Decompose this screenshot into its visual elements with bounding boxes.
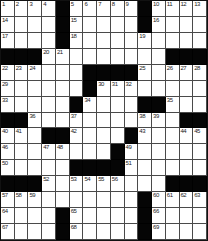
white-cell[interactable] [125, 33, 139, 49]
white-cell[interactable] [56, 65, 70, 81]
white-cell[interactable] [193, 208, 207, 224]
white-cell[interactable] [56, 176, 70, 192]
white-cell[interactable]: 41 [15, 128, 29, 144]
black-cell [1, 49, 15, 65]
black-cell [56, 33, 70, 49]
white-cell[interactable]: 58 [15, 192, 29, 208]
white-cell[interactable] [180, 97, 194, 113]
black-cell [70, 97, 84, 113]
white-cell[interactable] [193, 81, 207, 97]
white-cell[interactable] [111, 33, 125, 49]
white-cell[interactable] [28, 144, 42, 160]
white-cell[interactable] [15, 97, 29, 113]
white-cell[interactable]: 2 [15, 1, 29, 17]
clue-number: 65 [71, 208, 77, 215]
white-cell[interactable] [193, 160, 207, 176]
white-cell[interactable]: 15 [70, 17, 84, 33]
black-cell [138, 17, 152, 33]
black-cell [152, 97, 166, 113]
white-cell[interactable] [83, 144, 97, 160]
clue-number: 51 [126, 160, 132, 167]
white-cell[interactable] [138, 49, 152, 65]
black-cell [15, 176, 29, 192]
white-cell[interactable] [166, 33, 180, 49]
black-cell [97, 65, 111, 81]
clue-number: 18 [71, 33, 77, 40]
white-cell[interactable]: 25 [138, 65, 152, 81]
white-cell[interactable]: 1 [1, 1, 15, 17]
black-cell [111, 144, 125, 160]
white-cell[interactable] [70, 65, 84, 81]
white-cell[interactable]: 26 [166, 65, 180, 81]
white-cell[interactable] [111, 113, 125, 129]
black-cell [15, 49, 29, 65]
clue-number: 23 [16, 65, 22, 72]
white-cell[interactable] [42, 224, 56, 240]
white-cell[interactable]: 45 [193, 128, 207, 144]
white-cell[interactable] [97, 17, 111, 33]
white-cell[interactable]: 28 [193, 65, 207, 81]
white-cell[interactable] [97, 49, 111, 65]
white-cell[interactable] [166, 208, 180, 224]
black-cell [180, 49, 194, 65]
clue-number: 24 [29, 65, 35, 72]
white-cell[interactable]: 69 [152, 224, 166, 240]
white-cell[interactable] [56, 192, 70, 208]
white-cell[interactable] [111, 224, 125, 240]
white-cell[interactable]: 4 [42, 1, 56, 17]
white-cell[interactable] [42, 33, 56, 49]
white-cell[interactable]: 3 [28, 1, 42, 17]
clue-number: 26 [167, 65, 173, 72]
white-cell[interactable] [166, 224, 180, 240]
white-cell[interactable] [56, 97, 70, 113]
black-cell [193, 113, 207, 129]
clue-number: 16 [153, 17, 159, 24]
clue-number: 49 [126, 144, 132, 151]
white-cell[interactable] [15, 17, 29, 33]
clue-number: 46 [2, 144, 8, 151]
clue-number: 43 [139, 128, 145, 135]
white-cell[interactable] [111, 128, 125, 144]
white-cell[interactable] [193, 224, 207, 240]
black-cell [138, 224, 152, 240]
black-cell [1, 176, 15, 192]
white-cell[interactable] [28, 81, 42, 97]
white-cell[interactable] [70, 81, 84, 97]
clue-number: 36 [29, 113, 35, 120]
clue-number: 50 [2, 160, 8, 167]
white-cell[interactable] [111, 17, 125, 33]
clue-number: 3 [29, 1, 32, 8]
white-cell[interactable]: 20 [42, 49, 56, 65]
white-cell[interactable]: 27 [180, 65, 194, 81]
black-cell [180, 113, 194, 129]
black-cell [180, 176, 194, 192]
white-cell[interactable]: 10 [152, 1, 166, 17]
clue-number: 10 [153, 1, 159, 8]
white-cell[interactable] [138, 144, 152, 160]
clue-number: 69 [153, 224, 159, 231]
white-cell[interactable] [166, 81, 180, 97]
black-cell [56, 17, 70, 33]
white-cell[interactable] [97, 192, 111, 208]
white-cell[interactable]: 24 [28, 65, 42, 81]
white-cell[interactable] [70, 144, 84, 160]
white-cell[interactable]: 62 [180, 192, 194, 208]
clue-number: 42 [71, 128, 77, 135]
white-cell[interactable] [28, 160, 42, 176]
clue-number: 30 [98, 81, 104, 88]
white-cell[interactable]: 59 [28, 192, 42, 208]
white-cell[interactable]: 55 [97, 176, 111, 192]
white-cell[interactable] [166, 144, 180, 160]
clue-number: 29 [2, 81, 8, 88]
white-cell[interactable] [111, 192, 125, 208]
white-cell[interactable] [193, 144, 207, 160]
clue-number: 2 [16, 1, 19, 8]
clue-number: 33 [2, 97, 8, 104]
white-cell[interactable]: 63 [193, 192, 207, 208]
white-cell[interactable] [152, 81, 166, 97]
clue-number: 44 [181, 128, 187, 135]
black-cell [28, 49, 42, 65]
clue-number: 27 [181, 65, 187, 72]
white-cell[interactable]: 14 [1, 17, 15, 33]
black-cell [1, 113, 15, 129]
white-cell[interactable] [42, 81, 56, 97]
black-cell [83, 81, 97, 97]
white-cell[interactable] [180, 81, 194, 97]
white-cell[interactable] [42, 208, 56, 224]
black-cell [42, 128, 56, 144]
white-cell[interactable] [180, 224, 194, 240]
clue-number: 53 [71, 176, 77, 183]
white-cell[interactable] [83, 128, 97, 144]
white-cell[interactable] [15, 208, 29, 224]
black-cell [166, 176, 180, 192]
clue-number: 47 [43, 144, 49, 151]
white-cell[interactable]: 13 [193, 1, 207, 17]
clue-number: 12 [181, 1, 187, 8]
white-cell[interactable] [138, 81, 152, 97]
clue-number: 8 [112, 1, 115, 8]
white-cell[interactable] [15, 81, 29, 97]
white-cell[interactable] [42, 17, 56, 33]
black-cell [138, 192, 152, 208]
white-cell[interactable] [28, 208, 42, 224]
white-cell[interactable] [28, 97, 42, 113]
white-cell[interactable]: 64 [1, 208, 15, 224]
black-cell [70, 160, 84, 176]
black-cell [166, 49, 180, 65]
white-cell[interactable] [56, 160, 70, 176]
black-cell [83, 65, 97, 81]
white-cell[interactable] [83, 49, 97, 65]
black-cell [56, 224, 70, 240]
white-cell[interactable] [15, 144, 29, 160]
white-cell[interactable]: 54 [83, 176, 97, 192]
black-cell [28, 176, 42, 192]
black-cell [193, 176, 207, 192]
white-cell[interactable]: 33 [1, 97, 15, 113]
white-cell[interactable]: 60 [152, 192, 166, 208]
black-cell [111, 160, 125, 176]
white-cell[interactable]: 48 [56, 144, 70, 160]
clue-number: 4 [43, 1, 46, 8]
white-cell[interactable]: 11 [166, 1, 180, 17]
black-cell [56, 1, 70, 17]
clue-number: 31 [112, 81, 118, 88]
white-cell[interactable]: 53 [70, 176, 84, 192]
clue-number: 68 [71, 224, 77, 231]
white-cell[interactable] [56, 113, 70, 129]
white-cell[interactable] [180, 144, 194, 160]
black-cell [15, 113, 29, 129]
white-cell[interactable] [15, 160, 29, 176]
black-cell [125, 65, 139, 81]
clue-number: 6 [84, 1, 87, 8]
white-cell[interactable] [28, 128, 42, 144]
black-cell [111, 65, 125, 81]
white-cell[interactable]: 50 [1, 160, 15, 176]
black-cell [83, 160, 97, 176]
clue-number: 61 [167, 192, 173, 199]
white-cell[interactable]: 22 [1, 65, 15, 81]
white-cell[interactable] [83, 33, 97, 49]
white-cell[interactable] [180, 17, 194, 33]
clue-number: 55 [98, 176, 104, 183]
white-cell[interactable] [42, 160, 56, 176]
clue-number: 17 [2, 33, 8, 40]
white-cell[interactable] [193, 17, 207, 33]
white-cell[interactable] [28, 33, 42, 49]
white-cell[interactable] [28, 17, 42, 33]
white-cell[interactable] [166, 113, 180, 129]
clue-number: 67 [2, 224, 8, 231]
clue-number: 22 [2, 65, 8, 72]
white-cell[interactable]: 39 [152, 113, 166, 129]
white-cell[interactable] [83, 192, 97, 208]
clue-number: 58 [16, 192, 22, 199]
white-cell[interactable] [56, 81, 70, 97]
clue-number: 66 [153, 208, 159, 215]
white-cell[interactable] [28, 224, 42, 240]
white-cell[interactable] [42, 97, 56, 113]
white-cell[interactable]: 46 [1, 144, 15, 160]
white-cell[interactable] [70, 49, 84, 65]
white-cell[interactable]: 31 [111, 81, 125, 97]
white-cell[interactable] [152, 176, 166, 192]
clue-number: 13 [194, 1, 200, 8]
white-cell[interactable] [138, 176, 152, 192]
clue-number: 48 [57, 144, 63, 151]
white-cell[interactable]: 43 [138, 128, 152, 144]
white-cell[interactable] [152, 144, 166, 160]
white-cell[interactable] [15, 224, 29, 240]
black-cell [193, 49, 207, 65]
white-cell[interactable]: 18 [70, 33, 84, 49]
white-cell[interactable] [125, 113, 139, 129]
white-cell[interactable] [83, 208, 97, 224]
white-cell[interactable] [193, 97, 207, 113]
white-cell[interactable] [180, 160, 194, 176]
clue-number: 56 [112, 176, 118, 183]
white-cell[interactable] [83, 17, 97, 33]
black-cell [56, 128, 70, 144]
clue-number: 37 [71, 113, 77, 120]
clue-number: 21 [57, 49, 63, 56]
white-cell[interactable] [180, 33, 194, 49]
clue-number: 34 [84, 97, 90, 104]
black-cell [138, 97, 152, 113]
clue-number: 54 [84, 176, 90, 183]
white-cell[interactable] [125, 49, 139, 65]
white-cell[interactable]: 66 [152, 208, 166, 224]
white-cell[interactable] [97, 33, 111, 49]
white-cell[interactable] [125, 17, 139, 33]
clue-number: 19 [139, 33, 145, 40]
white-cell[interactable] [125, 176, 139, 192]
white-cell[interactable] [111, 49, 125, 65]
clue-number: 14 [2, 17, 8, 24]
white-cell[interactable]: 68 [70, 224, 84, 240]
white-cell[interactable] [152, 49, 166, 65]
white-cell[interactable] [180, 208, 194, 224]
clue-number: 9 [126, 1, 129, 8]
white-cell[interactable] [97, 144, 111, 160]
white-cell[interactable] [152, 160, 166, 176]
white-cell[interactable] [42, 192, 56, 208]
white-cell[interactable] [125, 97, 139, 113]
black-cell [97, 160, 111, 176]
white-cell[interactable] [166, 160, 180, 176]
white-cell[interactable]: 52 [42, 176, 56, 192]
clue-number: 28 [194, 65, 200, 72]
white-cell[interactable] [193, 33, 207, 49]
white-cell[interactable]: 32 [125, 81, 139, 97]
white-cell[interactable]: 65 [70, 208, 84, 224]
white-cell[interactable]: 5 [70, 1, 84, 17]
white-cell[interactable] [166, 17, 180, 33]
clue-number: 20 [43, 49, 49, 56]
white-cell[interactable] [125, 192, 139, 208]
clue-number: 1 [2, 1, 5, 8]
clue-number: 25 [139, 65, 145, 72]
clue-number: 41 [16, 128, 22, 135]
white-cell[interactable]: 9 [125, 1, 139, 17]
white-cell[interactable] [70, 192, 84, 208]
white-cell[interactable]: 29 [1, 81, 15, 97]
white-cell[interactable]: 21 [56, 49, 70, 65]
white-cell[interactable]: 67 [1, 224, 15, 240]
white-cell[interactable] [125, 208, 139, 224]
clue-number: 52 [43, 176, 49, 183]
clue-number: 64 [2, 208, 8, 215]
white-cell[interactable] [152, 33, 166, 49]
white-cell[interactable]: 17 [1, 33, 15, 49]
clue-number: 38 [139, 113, 145, 120]
clue-number: 35 [167, 97, 173, 104]
white-cell[interactable]: 34 [83, 97, 97, 113]
white-cell[interactable] [125, 224, 139, 240]
white-cell[interactable]: 49 [125, 144, 139, 160]
white-cell[interactable]: 30 [97, 81, 111, 97]
clue-number: 63 [194, 192, 200, 199]
white-cell[interactable] [111, 208, 125, 224]
clue-number: 59 [29, 192, 35, 199]
clue-number: 40 [2, 128, 8, 135]
white-cell[interactable]: 8 [111, 1, 125, 17]
white-cell[interactable] [97, 97, 111, 113]
clue-number: 15 [71, 17, 77, 24]
black-cell [138, 208, 152, 224]
white-cell[interactable]: 38 [138, 113, 152, 129]
clue-number: 39 [153, 113, 159, 120]
white-cell[interactable] [97, 208, 111, 224]
white-cell[interactable]: 40 [1, 128, 15, 144]
black-cell [125, 128, 139, 144]
clue-number: 5 [71, 1, 74, 8]
white-cell[interactable] [97, 113, 111, 129]
white-cell[interactable]: 19 [138, 33, 152, 49]
black-cell [56, 208, 70, 224]
clue-number: 7 [98, 1, 101, 8]
white-cell[interactable] [152, 65, 166, 81]
white-cell[interactable]: 42 [70, 128, 84, 144]
clue-number: 11 [167, 1, 172, 8]
white-cell[interactable]: 47 [42, 144, 56, 160]
black-cell [138, 1, 152, 17]
white-cell[interactable]: 23 [15, 65, 29, 81]
crossword-grid: 1234567891011121314151617181920212223242… [0, 0, 208, 241]
white-cell[interactable] [42, 65, 56, 81]
white-cell[interactable] [97, 224, 111, 240]
white-cell[interactable]: 37 [70, 113, 84, 129]
white-cell[interactable]: 7 [97, 1, 111, 17]
white-cell[interactable]: 57 [1, 192, 15, 208]
white-cell[interactable] [97, 128, 111, 144]
white-cell[interactable]: 61 [166, 192, 180, 208]
white-cell[interactable]: 6 [83, 1, 97, 17]
white-cell[interactable]: 35 [166, 97, 180, 113]
white-cell[interactable]: 56 [111, 176, 125, 192]
white-cell[interactable]: 44 [180, 128, 194, 144]
white-cell[interactable] [42, 113, 56, 129]
clue-number: 32 [126, 81, 132, 88]
white-cell[interactable]: 16 [152, 17, 166, 33]
clue-number: 45 [194, 128, 200, 135]
white-cell[interactable]: 12 [180, 1, 194, 17]
white-cell[interactable] [83, 113, 97, 129]
white-cell[interactable] [166, 128, 180, 144]
white-cell[interactable] [111, 97, 125, 113]
clue-number: 62 [181, 192, 187, 199]
white-cell[interactable] [152, 128, 166, 144]
white-cell[interactable]: 36 [28, 113, 42, 129]
white-cell[interactable]: 51 [125, 160, 139, 176]
white-cell[interactable] [138, 160, 152, 176]
clue-number: 57 [2, 192, 8, 199]
clue-number: 60 [153, 192, 159, 199]
white-cell[interactable] [15, 33, 29, 49]
white-cell[interactable] [83, 224, 97, 240]
